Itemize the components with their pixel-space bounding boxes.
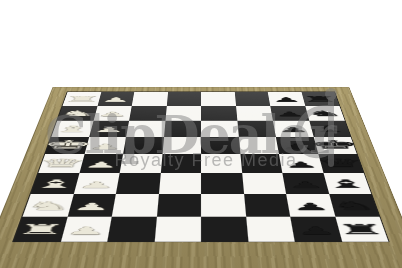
square-a1[interactable] — [14, 217, 68, 242]
square-b2[interactable] — [67, 194, 116, 217]
square-c4[interactable] — [158, 173, 201, 194]
square-b8[interactable] — [329, 194, 380, 217]
square-b7[interactable] — [286, 194, 335, 217]
chess-scene: ♜♞♝♛♚♝♞♜♟♟♟♟♟♟♟♟♟♟♟♟♟♟♟♟♜♞♝♛♚♝♞♜ ClipDea… — [0, 0, 402, 268]
square-c5[interactable] — [201, 173, 244, 194]
square-b1[interactable] — [23, 194, 74, 217]
square-d3[interactable] — [120, 154, 162, 173]
square-b3[interactable] — [112, 194, 159, 217]
square-a8[interactable] — [335, 217, 389, 242]
square-c2[interactable] — [73, 173, 119, 194]
square-h5[interactable] — [201, 92, 236, 106]
square-d4[interactable] — [160, 154, 201, 173]
square-e4[interactable] — [162, 137, 201, 154]
square-a5[interactable] — [201, 217, 248, 242]
square-b5[interactable] — [201, 194, 246, 217]
square-f6[interactable] — [237, 121, 276, 137]
square-c6[interactable] — [242, 173, 286, 194]
square-f4[interactable] — [164, 121, 201, 137]
square-f3[interactable] — [126, 121, 165, 137]
square-a3[interactable] — [107, 217, 156, 242]
square-h6[interactable] — [234, 92, 270, 106]
square-a2[interactable] — [60, 217, 111, 242]
square-d5[interactable] — [201, 154, 242, 173]
square-b4[interactable] — [156, 194, 201, 217]
square-c3[interactable] — [116, 173, 160, 194]
square-f5[interactable] — [201, 121, 238, 137]
square-e6[interactable] — [238, 137, 279, 154]
square-g6[interactable] — [236, 106, 273, 121]
square-g4[interactable] — [165, 106, 201, 121]
square-a7[interactable] — [290, 217, 341, 242]
chess-board: ♜♞♝♛♚♝♞♜♟♟♟♟♟♟♟♟♟♟♟♟♟♟♟♟♜♞♝♛♚♝♞♜ — [0, 87, 402, 268]
square-g5[interactable] — [201, 106, 237, 121]
square-h3[interactable] — [132, 92, 168, 106]
square-a4[interactable] — [154, 217, 201, 242]
square-g3[interactable] — [129, 106, 166, 121]
square-e5[interactable] — [201, 137, 240, 154]
square-e3[interactable] — [123, 137, 164, 154]
square-d6[interactable] — [240, 154, 282, 173]
square-a6[interactable] — [246, 217, 295, 242]
square-h4[interactable] — [166, 92, 201, 106]
scene-3d: ♜♞♝♛♚♝♞♜♟♟♟♟♟♟♟♟♟♟♟♟♟♟♟♟♜♞♝♛♚♝♞♜ — [0, 0, 402, 268]
square-b6[interactable] — [244, 194, 291, 217]
